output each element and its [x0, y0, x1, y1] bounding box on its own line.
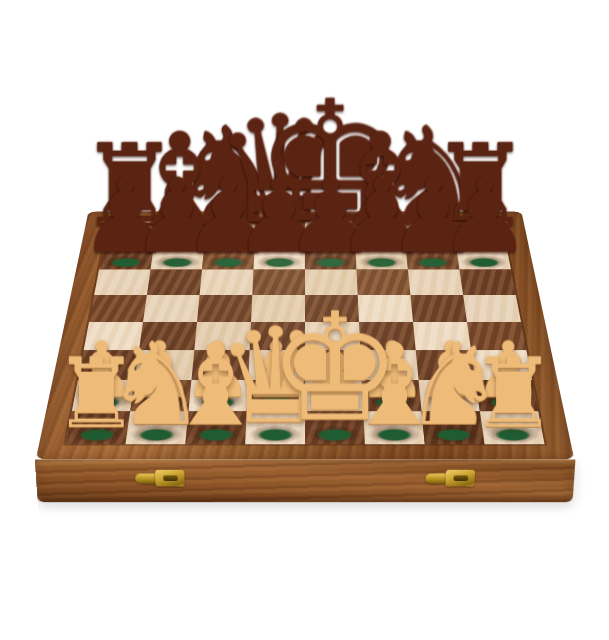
square-a6[interactable] — [94, 269, 150, 295]
product-photo-scene: ♜♝♞♛♚♝♞♜♟♟♟♟♟♟♟♟♟♟♟♟♟♟♟♟♜♞♝♛♚♝♞♜ — [0, 0, 609, 640]
board-front-edge — [34, 459, 575, 502]
piece-white-king[interactable]: ♚ — [267, 298, 401, 440]
square-h7[interactable]: ♟ — [455, 245, 510, 269]
square-b6[interactable] — [146, 269, 201, 295]
clasp-slot — [162, 475, 177, 481]
clasp-hook — [134, 474, 157, 484]
square-g6[interactable] — [407, 269, 462, 295]
piece-black-pawn[interactable]: ♟ — [438, 168, 530, 265]
square-h6[interactable] — [459, 269, 515, 295]
clasp-slot — [453, 475, 468, 481]
square-e1[interactable]: ♚ — [305, 411, 365, 444]
brass-clasp-left — [134, 468, 184, 490]
square-c6[interactable] — [199, 269, 253, 295]
brass-clasp-right — [425, 468, 475, 490]
chess-board-3d: ♜♝♞♛♚♝♞♜♟♟♟♟♟♟♟♟♟♟♟♟♟♟♟♟♜♞♝♛♚♝♞♜ — [35, 211, 574, 459]
clasp-hook — [425, 474, 448, 484]
chess-board: ♜♝♞♛♚♝♞♜♟♟♟♟♟♟♟♟♟♟♟♟♟♟♟♟♜♞♝♛♚♝♞♜ — [65, 222, 544, 445]
